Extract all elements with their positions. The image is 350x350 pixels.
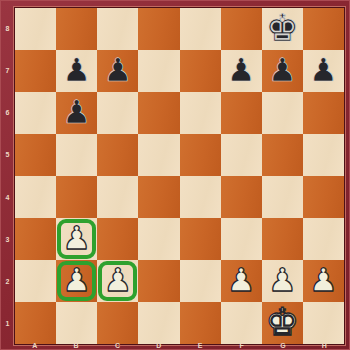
square-c5[interactable] <box>97 134 138 176</box>
file-label-g: G <box>262 343 303 349</box>
square-b7[interactable]: ♟ <box>56 50 97 92</box>
square-e1[interactable] <box>180 302 221 344</box>
square-d3[interactable] <box>138 218 179 260</box>
square-f5[interactable] <box>221 134 262 176</box>
file-label-b: B <box>55 343 96 349</box>
square-b5[interactable] <box>56 134 97 176</box>
square-a3[interactable] <box>15 218 56 260</box>
piece-black-pawn[interactable]: ♟ <box>268 54 297 86</box>
file-label-d: D <box>138 343 179 349</box>
square-a4[interactable] <box>15 176 56 218</box>
file-label-a: A <box>14 343 55 349</box>
piece-black-pawn[interactable]: ♟ <box>62 54 91 86</box>
square-f1[interactable] <box>221 302 262 344</box>
piece-white-pawn[interactable]: ♟ <box>62 264 91 296</box>
square-g2[interactable]: ♟ <box>262 260 303 302</box>
square-h5[interactable] <box>303 134 344 176</box>
square-h7[interactable]: ♟ <box>303 50 344 92</box>
square-h8[interactable] <box>303 8 344 50</box>
square-g6[interactable] <box>262 92 303 134</box>
square-h2[interactable]: ♟ <box>303 260 344 302</box>
square-d7[interactable] <box>138 50 179 92</box>
board[interactable]: ♚♟♟♟♟♟♟♟♟♟♟♟♟♚ <box>14 7 345 345</box>
piece-white-pawn[interactable]: ♟ <box>309 264 338 296</box>
rank-label-2: 2 <box>1 261 14 303</box>
square-c2[interactable]: ♟ <box>97 260 138 302</box>
rank-label-5: 5 <box>1 134 14 176</box>
file-label-e: E <box>180 343 221 349</box>
piece-white-pawn[interactable]: ♟ <box>268 264 297 296</box>
file-label-f: F <box>221 343 262 349</box>
square-c8[interactable] <box>97 8 138 50</box>
file-label-c: C <box>97 343 138 349</box>
square-a5[interactable] <box>15 134 56 176</box>
square-g4[interactable] <box>262 176 303 218</box>
square-g7[interactable]: ♟ <box>262 50 303 92</box>
square-h3[interactable] <box>303 218 344 260</box>
square-e2[interactable] <box>180 260 221 302</box>
square-b1[interactable] <box>56 302 97 344</box>
square-g8[interactable]: ♚ <box>262 8 303 50</box>
piece-black-pawn[interactable]: ♟ <box>62 96 91 128</box>
square-b3[interactable]: ♟ <box>56 218 97 260</box>
file-labels: ABCDEFGH <box>14 343 345 349</box>
square-d2[interactable] <box>138 260 179 302</box>
square-e8[interactable] <box>180 8 221 50</box>
piece-white-pawn[interactable]: ♟ <box>62 222 91 254</box>
square-h6[interactable] <box>303 92 344 134</box>
rank-label-4: 4 <box>1 176 14 218</box>
square-d6[interactable] <box>138 92 179 134</box>
piece-white-king[interactable]: ♚ <box>265 303 299 341</box>
piece-black-king[interactable]: ♚ <box>265 9 299 47</box>
rank-label-1: 1 <box>1 303 14 345</box>
square-e3[interactable] <box>180 218 221 260</box>
square-g5[interactable] <box>262 134 303 176</box>
square-b6[interactable]: ♟ <box>56 92 97 134</box>
square-a7[interactable] <box>15 50 56 92</box>
square-d4[interactable] <box>138 176 179 218</box>
square-e5[interactable] <box>180 134 221 176</box>
rank-labels: 87654321 <box>1 7 14 345</box>
square-d8[interactable] <box>138 8 179 50</box>
square-f8[interactable] <box>221 8 262 50</box>
piece-black-pawn[interactable]: ♟ <box>227 54 256 86</box>
square-b2[interactable]: ♟ <box>56 260 97 302</box>
square-d5[interactable] <box>138 134 179 176</box>
square-g1[interactable]: ♚ <box>262 302 303 344</box>
square-b8[interactable] <box>56 8 97 50</box>
square-g3[interactable] <box>262 218 303 260</box>
square-a8[interactable] <box>15 8 56 50</box>
square-f3[interactable] <box>221 218 262 260</box>
piece-black-pawn[interactable]: ♟ <box>309 54 338 86</box>
square-e6[interactable] <box>180 92 221 134</box>
piece-black-pawn[interactable]: ♟ <box>103 54 132 86</box>
piece-white-pawn[interactable]: ♟ <box>227 264 256 296</box>
square-f4[interactable] <box>221 176 262 218</box>
square-c1[interactable] <box>97 302 138 344</box>
square-f6[interactable] <box>221 92 262 134</box>
square-f2[interactable]: ♟ <box>221 260 262 302</box>
square-h1[interactable] <box>303 302 344 344</box>
file-label-h: H <box>304 343 345 349</box>
square-c3[interactable] <box>97 218 138 260</box>
square-f7[interactable]: ♟ <box>221 50 262 92</box>
square-a2[interactable] <box>15 260 56 302</box>
piece-white-pawn[interactable]: ♟ <box>103 264 132 296</box>
square-a1[interactable] <box>15 302 56 344</box>
square-c7[interactable]: ♟ <box>97 50 138 92</box>
chess-board-frame: 87654321 ♚♟♟♟♟♟♟♟♟♟♟♟♟♚ ABCDEFGH <box>0 0 350 350</box>
rank-label-8: 8 <box>1 7 14 49</box>
square-d1[interactable] <box>138 302 179 344</box>
square-e7[interactable] <box>180 50 221 92</box>
rank-label-7: 7 <box>1 49 14 91</box>
square-h4[interactable] <box>303 176 344 218</box>
rank-label-6: 6 <box>1 92 14 134</box>
square-c4[interactable] <box>97 176 138 218</box>
square-a6[interactable] <box>15 92 56 134</box>
square-c6[interactable] <box>97 92 138 134</box>
rank-label-3: 3 <box>1 218 14 260</box>
square-e4[interactable] <box>180 176 221 218</box>
square-b4[interactable] <box>56 176 97 218</box>
